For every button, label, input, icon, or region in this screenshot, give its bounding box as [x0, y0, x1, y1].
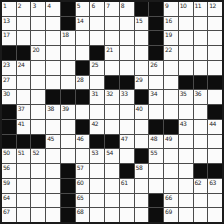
black-cell: [2, 120, 16, 134]
grid-cell[interactable]: 14: [76, 17, 90, 31]
black-cell: [2, 135, 16, 149]
grid-cell[interactable]: [149, 105, 163, 119]
grid-cell[interactable]: 56: [2, 164, 16, 178]
grid-cell[interactable]: 54: [105, 149, 119, 163]
grid-cell[interactable]: 26: [149, 61, 163, 75]
black-cell: [90, 135, 104, 149]
grid-cell[interactable]: [31, 17, 45, 31]
grid-cell[interactable]: [194, 120, 208, 134]
grid-cell[interactable]: 65: [76, 194, 90, 208]
grid-cell[interactable]: [120, 17, 134, 31]
grid-cell[interactable]: [179, 149, 193, 163]
grid-cell[interactable]: 51: [17, 149, 31, 163]
grid-cell[interactable]: [76, 105, 90, 119]
clue-number: 11: [195, 2, 202, 9]
black-cell: [61, 17, 75, 31]
grid-cell[interactable]: [179, 164, 193, 178]
grid-cell[interactable]: [105, 17, 119, 31]
clue-number: 21: [106, 46, 113, 53]
grid-cell[interactable]: [179, 105, 193, 119]
grid-cell[interactable]: 62: [194, 179, 208, 193]
black-cell: [61, 2, 75, 16]
grid-cell[interactable]: [208, 149, 222, 163]
black-cell: [2, 105, 16, 119]
grid-cell[interactable]: [46, 149, 60, 163]
black-cell: [76, 120, 90, 134]
grid-cell[interactable]: [61, 76, 75, 90]
grid-cell[interactable]: [46, 164, 60, 178]
grid-cell[interactable]: [164, 76, 178, 90]
grid-cell[interactable]: [61, 61, 75, 75]
grid-cell[interactable]: 19: [164, 31, 178, 45]
black-cell: [149, 208, 163, 222]
grid-cell[interactable]: [149, 76, 163, 90]
grid-cell[interactable]: [179, 46, 193, 60]
grid-cell[interactable]: 53: [90, 149, 104, 163]
clue-number: 27: [3, 76, 10, 83]
grid-cell[interactable]: [164, 90, 178, 104]
grid-cell[interactable]: [90, 76, 104, 90]
grid-cell[interactable]: [90, 208, 104, 222]
grid-cell[interactable]: 57: [76, 164, 90, 178]
grid-cell[interactable]: [179, 17, 193, 31]
clue-number: 14: [77, 17, 84, 24]
grid-cell[interactable]: 33: [120, 90, 134, 104]
clue-number: 64: [3, 194, 10, 201]
grid-cell[interactable]: [46, 46, 60, 60]
grid-cell[interactable]: 44: [208, 120, 222, 134]
grid-cell[interactable]: [120, 194, 134, 208]
grid-cell[interactable]: 25: [90, 61, 104, 75]
black-cell: [149, 120, 163, 134]
black-cell: [90, 46, 104, 60]
grid-cell[interactable]: 32: [105, 90, 119, 104]
clue-number: 52: [32, 149, 39, 156]
grid-cell[interactable]: [164, 179, 178, 193]
grid-cell[interactable]: [179, 31, 193, 45]
grid-cell[interactable]: [61, 135, 75, 149]
grid-cell[interactable]: 22: [164, 46, 178, 60]
grid-cell[interactable]: [179, 135, 193, 149]
grid-cell[interactable]: [46, 17, 60, 31]
clue-number: 26: [150, 61, 157, 68]
clue-number: 69: [165, 208, 172, 215]
grid-cell[interactable]: [46, 61, 60, 75]
black-cell: [135, 149, 149, 163]
black-cell: [17, 135, 31, 149]
grid-cell[interactable]: [31, 31, 45, 45]
clue-number: 8: [121, 2, 124, 9]
grid-cell[interactable]: 60: [76, 179, 90, 193]
clue-number: 9: [165, 2, 168, 9]
grid-cell[interactable]: [17, 194, 31, 208]
grid-cell[interactable]: [31, 76, 45, 90]
grid-cell[interactable]: 49: [164, 135, 178, 149]
grid-cell[interactable]: [31, 105, 45, 119]
black-cell: [135, 90, 149, 104]
clue-number: 68: [77, 208, 84, 215]
clue-number: 53: [91, 149, 98, 156]
grid-cell[interactable]: [208, 31, 222, 45]
grid-cell[interactable]: 58: [135, 164, 149, 178]
grid-cell[interactable]: [46, 120, 60, 134]
clue-number: 50: [3, 149, 10, 156]
grid-cell[interactable]: [76, 31, 90, 45]
grid-cell[interactable]: [135, 120, 149, 134]
grid-cell[interactable]: [194, 46, 208, 60]
grid-cell[interactable]: [17, 17, 31, 31]
grid-cell[interactable]: [76, 46, 90, 60]
black-cell: [194, 76, 208, 90]
grid-cell[interactable]: [46, 179, 60, 193]
grid-cell[interactable]: 40: [135, 105, 149, 119]
clue-number: 49: [165, 135, 172, 142]
clue-number: 16: [165, 17, 172, 24]
clue-number: 66: [165, 194, 172, 201]
black-cell: [164, 120, 178, 134]
black-cell: [120, 164, 134, 178]
clue-number: 32: [106, 90, 113, 97]
black-cell: [149, 17, 163, 31]
black-cell: [61, 194, 75, 208]
grid-cell[interactable]: 39: [61, 105, 75, 119]
clue-number: 47: [121, 135, 128, 142]
grid-cell[interactable]: 68: [76, 208, 90, 222]
grid-cell[interactable]: [90, 164, 104, 178]
clue-number: 3: [32, 2, 35, 9]
grid-cell[interactable]: [149, 164, 163, 178]
grid-cell[interactable]: 55: [149, 149, 163, 163]
black-cell: [76, 61, 90, 75]
grid-cell[interactable]: 28: [76, 76, 90, 90]
clue-number: 19: [165, 31, 172, 38]
grid-cell[interactable]: 50: [2, 149, 16, 163]
grid-cell[interactable]: 35: [179, 90, 193, 104]
grid-cell[interactable]: [90, 194, 104, 208]
clue-number: 56: [3, 164, 10, 171]
grid-cell[interactable]: [194, 105, 208, 119]
clue-number: 30: [3, 90, 10, 97]
grid-cell[interactable]: [17, 208, 31, 222]
grid-cell[interactable]: 13: [2, 17, 16, 31]
grid-cell[interactable]: 3: [31, 2, 45, 16]
black-cell: [61, 90, 75, 104]
clue-number: 65: [77, 194, 84, 201]
black-cell: [76, 90, 90, 104]
grid-cell[interactable]: [105, 208, 119, 222]
clue-number: 57: [77, 164, 84, 171]
grid-cell[interactable]: 20: [31, 46, 45, 60]
grid-cell[interactable]: 45: [46, 135, 60, 149]
grid-cell[interactable]: [208, 208, 222, 222]
black-cell: [61, 179, 75, 193]
clue-number: 55: [150, 149, 157, 156]
black-cell: [120, 76, 134, 90]
grid-cell[interactable]: [194, 135, 208, 149]
black-cell: [46, 90, 60, 104]
clue-number: 4: [47, 2, 50, 9]
crossword-grid: 1234567891011121314151617181920212223242…: [0, 0, 224, 224]
grid-cell[interactable]: 64: [2, 194, 16, 208]
grid-cell[interactable]: 5: [76, 2, 90, 16]
black-cell: [105, 76, 119, 90]
grid-cell[interactable]: [17, 164, 31, 178]
clue-number: 28: [77, 76, 84, 83]
clue-number: 20: [32, 46, 39, 53]
grid-cell[interactable]: 17: [2, 31, 16, 45]
grid-cell[interactable]: [120, 31, 134, 45]
clue-number: 1: [3, 2, 6, 9]
grid-cell[interactable]: 31: [90, 90, 104, 104]
clue-number: 42: [91, 120, 98, 127]
grid-cell[interactable]: [105, 120, 119, 134]
grid-cell[interactable]: 47: [120, 135, 134, 149]
grid-cell[interactable]: 52: [31, 149, 45, 163]
black-cell: [17, 46, 31, 60]
grid-cell[interactable]: [31, 120, 45, 134]
grid-cell[interactable]: [61, 46, 75, 60]
clue-number: 31: [91, 90, 98, 97]
clue-number: 45: [47, 135, 54, 142]
grid-cell[interactable]: [17, 179, 31, 193]
grid-cell[interactable]: [17, 90, 31, 104]
grid-cell[interactable]: [208, 17, 222, 31]
clue-number: 34: [150, 90, 157, 97]
clue-number: 15: [136, 17, 143, 24]
clue-number: 48: [150, 135, 157, 142]
grid-cell[interactable]: 34: [149, 90, 163, 104]
grid-cell[interactable]: [135, 194, 149, 208]
grid-cell[interactable]: [31, 61, 45, 75]
clue-number: 60: [77, 179, 84, 186]
grid-cell[interactable]: [90, 179, 104, 193]
black-cell: [61, 208, 75, 222]
clue-number: 7: [106, 2, 109, 9]
grid-cell[interactable]: [31, 90, 45, 104]
black-cell: [149, 46, 163, 60]
grid-cell[interactable]: [135, 61, 149, 75]
black-cell: [208, 76, 222, 90]
grid-cell[interactable]: 16: [164, 17, 178, 31]
grid-cell[interactable]: 7: [105, 2, 119, 16]
clue-number: 44: [209, 120, 216, 127]
grid-cell[interactable]: [90, 31, 104, 45]
grid-cell[interactable]: [120, 120, 134, 134]
grid-cell[interactable]: 38: [46, 105, 60, 119]
clue-number: 17: [3, 31, 10, 38]
black-cell: [105, 135, 119, 149]
clue-number: 41: [18, 120, 25, 127]
grid-cell[interactable]: 61: [120, 179, 134, 193]
grid-cell[interactable]: [208, 135, 222, 149]
grid-cell[interactable]: 66: [164, 194, 178, 208]
grid-cell[interactable]: [135, 135, 149, 149]
grid-cell[interactable]: 12: [208, 2, 222, 16]
grid-cell[interactable]: 21: [105, 46, 119, 60]
grid-cell[interactable]: 67: [2, 208, 16, 222]
grid-cell[interactable]: 6: [90, 2, 104, 16]
black-cell: [149, 2, 163, 16]
grid-cell[interactable]: [120, 46, 134, 60]
grid-cell[interactable]: [194, 61, 208, 75]
grid-cell[interactable]: [135, 31, 149, 45]
clue-number: 38: [47, 105, 54, 112]
grid-cell[interactable]: [194, 17, 208, 31]
grid-cell[interactable]: 23: [2, 61, 16, 75]
grid-cell[interactable]: [76, 149, 90, 163]
grid-cell[interactable]: 10: [179, 2, 193, 16]
clue-number: 22: [165, 46, 172, 53]
clue-number: 6: [91, 2, 94, 9]
clue-number: 33: [121, 90, 128, 97]
grid-cell[interactable]: [46, 194, 60, 208]
grid-cell[interactable]: [135, 179, 149, 193]
clue-number: 5: [77, 2, 80, 9]
clue-number: 10: [180, 2, 187, 9]
grid-cell[interactable]: [31, 208, 45, 222]
grid-cell[interactable]: [61, 149, 75, 163]
grid-cell[interactable]: [105, 164, 119, 178]
grid-cell[interactable]: [164, 61, 178, 75]
grid-cell[interactable]: [179, 61, 193, 75]
grid-cell[interactable]: 29: [135, 76, 149, 90]
grid-cell[interactable]: 69: [164, 208, 178, 222]
grid-cell[interactable]: 46: [76, 135, 90, 149]
grid-cell[interactable]: 9: [164, 2, 178, 16]
clue-number: 61: [121, 179, 128, 186]
clue-number: 12: [209, 2, 216, 9]
clue-number: 29: [136, 76, 143, 83]
clue-number: 40: [136, 105, 143, 112]
grid-cell[interactable]: 63: [208, 179, 222, 193]
clue-number: 2: [18, 2, 21, 9]
grid-cell[interactable]: [46, 208, 60, 222]
grid-cell[interactable]: [31, 164, 45, 178]
black-cell: [2, 46, 16, 60]
clue-number: 58: [136, 164, 143, 171]
grid-cell[interactable]: [179, 194, 193, 208]
grid-cell[interactable]: [105, 31, 119, 45]
grid-cell[interactable]: [208, 61, 222, 75]
clue-number: 43: [180, 120, 187, 127]
grid-cell[interactable]: 27: [2, 76, 16, 90]
grid-cell[interactable]: [105, 105, 119, 119]
black-cell: [194, 164, 208, 178]
black-cell: [208, 164, 222, 178]
clue-number: 54: [106, 149, 113, 156]
grid-cell[interactable]: 18: [61, 31, 75, 45]
grid-cell[interactable]: [105, 179, 119, 193]
grid-cell[interactable]: [31, 194, 45, 208]
grid-cell[interactable]: 42: [90, 120, 104, 134]
grid-cell[interactable]: 8: [120, 2, 134, 16]
grid-cell[interactable]: [105, 194, 119, 208]
grid-cell[interactable]: 59: [2, 179, 16, 193]
clue-number: 24: [18, 61, 25, 68]
grid-cell[interactable]: [149, 179, 163, 193]
grid-cell[interactable]: 1: [2, 2, 16, 16]
grid-cell[interactable]: [17, 31, 31, 45]
clue-number: 62: [195, 179, 202, 186]
clue-number: 18: [62, 31, 69, 38]
grid-cell[interactable]: 15: [135, 17, 149, 31]
clue-number: 46: [77, 135, 84, 142]
grid-cell[interactable]: [17, 76, 31, 90]
black-cell: [179, 76, 193, 90]
grid-cell[interactable]: [194, 194, 208, 208]
grid-cell[interactable]: 43: [179, 120, 193, 134]
clue-number: 67: [3, 208, 10, 215]
grid-cell[interactable]: [194, 149, 208, 163]
grid-cell[interactable]: [120, 61, 134, 75]
clue-number: 37: [18, 105, 25, 112]
grid-cell[interactable]: 4: [46, 2, 60, 16]
grid-cell[interactable]: [46, 31, 60, 45]
black-cell: [31, 135, 45, 149]
grid-cell[interactable]: [194, 208, 208, 222]
clue-number: 63: [209, 179, 216, 186]
grid-cell[interactable]: [61, 120, 75, 134]
black-cell: [135, 2, 149, 16]
grid-cell[interactable]: 37: [17, 105, 31, 119]
clue-number: 25: [91, 61, 98, 68]
grid-cell[interactable]: 30: [2, 90, 16, 104]
clue-number: 35: [180, 90, 187, 97]
grid-cell[interactable]: [90, 17, 104, 31]
black-cell: [149, 31, 163, 45]
clue-number: 13: [3, 17, 10, 24]
grid-cell[interactable]: 48: [149, 135, 163, 149]
clue-number: 23: [3, 61, 10, 68]
grid-cell[interactable]: 11: [194, 2, 208, 16]
grid-cell[interactable]: [164, 105, 178, 119]
grid-cell[interactable]: [46, 76, 60, 90]
grid-cell[interactable]: [194, 31, 208, 45]
grid-cell[interactable]: [164, 149, 178, 163]
grid-cell[interactable]: 36: [194, 90, 208, 104]
grid-cell[interactable]: [120, 149, 134, 163]
grid-cell[interactable]: [208, 46, 222, 60]
grid-cell[interactable]: [135, 208, 149, 222]
clue-number: 51: [18, 149, 25, 156]
grid-cell[interactable]: [179, 179, 193, 193]
grid-cell[interactable]: [90, 105, 104, 119]
grid-cell[interactable]: 24: [17, 61, 31, 75]
grid-cell[interactable]: [120, 105, 134, 119]
clue-number: 39: [62, 105, 69, 112]
grid-cell[interactable]: [105, 61, 119, 75]
clue-number: 59: [3, 179, 10, 186]
black-cell: [149, 194, 163, 208]
grid-cell[interactable]: [179, 208, 193, 222]
grid-cell[interactable]: 2: [17, 2, 31, 16]
grid-cell[interactable]: [208, 194, 222, 208]
black-cell: [61, 164, 75, 178]
clue-number: 36: [195, 90, 202, 97]
black-cell: [208, 105, 222, 119]
grid-cell[interactable]: [208, 90, 222, 104]
grid-cell[interactable]: 41: [17, 120, 31, 134]
grid-cell[interactable]: [31, 179, 45, 193]
crossword-page: 1234567891011121314151617181920212223242…: [0, 0, 224, 224]
grid-cell[interactable]: [120, 208, 134, 222]
grid-cell[interactable]: [135, 46, 149, 60]
grid-cell[interactable]: [164, 164, 178, 178]
